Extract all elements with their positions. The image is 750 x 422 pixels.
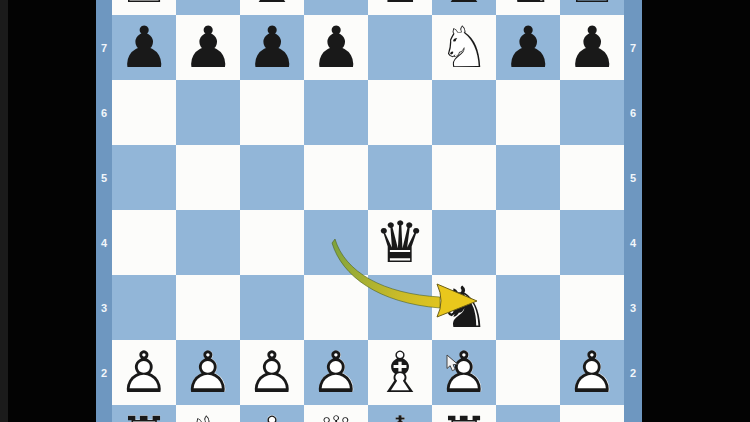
square-c5[interactable] [240,145,304,210]
square-f5[interactable] [432,145,496,210]
square-d7[interactable]: ♟ [304,15,368,80]
black-queen: ♛ [368,210,432,275]
white-bishop: ♝♗ [368,340,432,405]
square-h1[interactable] [560,405,624,422]
square-e6[interactable] [368,80,432,145]
square-a3[interactable] [112,275,176,340]
square-e2[interactable]: ♝♗ [368,340,432,405]
square-b1[interactable]: ♞♘ [176,405,240,422]
rank-label-1: 1 [96,405,112,422]
square-h5[interactable] [560,145,624,210]
rank-label-6: 6 [96,80,112,145]
black-pawn: ♟ [176,15,240,80]
white-pawn: ♟♙ [176,340,240,405]
square-a1[interactable]: ♜♖ [112,405,176,422]
square-e3[interactable] [368,275,432,340]
white-bishop: ♝♗ [240,405,304,422]
square-b6[interactable] [176,80,240,145]
square-e1[interactable]: ♚♔ [368,405,432,422]
square-e4[interactable]: ♛ [368,210,432,275]
white-pawn: ♟♙ [240,340,304,405]
square-h3[interactable] [560,275,624,340]
rank-label-2: 2 [624,340,642,405]
black-pawn: ♟ [304,15,368,80]
video-frame: 87654321 87654321 ♜♝♚♝♞♜♟♟♟♟♞♘♟♟♛♞♟♙♟♙♟♙… [0,0,750,422]
rank-label-5: 5 [624,145,642,210]
square-d5[interactable] [304,145,368,210]
square-g8[interactable]: ♞ [496,0,560,15]
square-h7[interactable]: ♟ [560,15,624,80]
rank-label-3: 3 [624,275,642,340]
square-c2[interactable]: ♟♙ [240,340,304,405]
square-c7[interactable]: ♟ [240,15,304,80]
square-h2[interactable]: ♟♙ [560,340,624,405]
white-rook: ♜♖ [112,405,176,422]
rank-label-8: 8 [96,0,112,15]
rank-labels-right: 87654321 [624,0,642,422]
square-c8[interactable]: ♝ [240,0,304,15]
board-squares: ♜♝♚♝♞♜♟♟♟♟♞♘♟♟♛♞♟♙♟♙♟♙♟♙♝♗♟♙♟♙♜♖♞♘♝♗♛♕♚♔… [112,0,624,422]
rank-label-3: 3 [96,275,112,340]
rank-label-2: 2 [96,340,112,405]
square-a5[interactable] [112,145,176,210]
square-f7[interactable]: ♞♘ [432,15,496,80]
rank-label-1: 1 [624,405,642,422]
square-b4[interactable] [176,210,240,275]
square-d4[interactable] [304,210,368,275]
black-pawn: ♟ [240,15,304,80]
square-c3[interactable] [240,275,304,340]
square-g7[interactable]: ♟ [496,15,560,80]
square-c4[interactable] [240,210,304,275]
square-a2[interactable]: ♟♙ [112,340,176,405]
black-rook: ♜ [112,0,176,15]
white-king: ♚♔ [368,405,432,422]
square-g2[interactable] [496,340,560,405]
square-b8[interactable] [176,0,240,15]
square-d6[interactable] [304,80,368,145]
white-knight: ♞♘ [432,15,496,80]
rank-label-7: 7 [96,15,112,80]
black-knight: ♞ [496,0,560,15]
square-b7[interactable]: ♟ [176,15,240,80]
square-a7[interactable]: ♟ [112,15,176,80]
black-bishop: ♝ [432,0,496,15]
rank-label-4: 4 [624,210,642,275]
white-rook: ♜♖ [432,405,496,422]
square-d8[interactable] [304,0,368,15]
black-rook: ♜ [560,0,624,15]
square-f6[interactable] [432,80,496,145]
square-d3[interactable] [304,275,368,340]
square-a8[interactable]: ♜ [112,0,176,15]
black-pawn: ♟ [496,15,560,80]
square-g1[interactable] [496,405,560,422]
white-pawn: ♟♙ [432,340,496,405]
white-pawn: ♟♙ [304,340,368,405]
square-g5[interactable] [496,145,560,210]
square-h8[interactable]: ♜ [560,0,624,15]
white-queen: ♛♕ [304,405,368,422]
square-g6[interactable] [496,80,560,145]
chess-board: 87654321 87654321 ♜♝♚♝♞♜♟♟♟♟♞♘♟♟♛♞♟♙♟♙♟♙… [96,0,642,422]
square-a4[interactable] [112,210,176,275]
square-g3[interactable] [496,275,560,340]
square-c1[interactable]: ♝♗ [240,405,304,422]
rank-label-5: 5 [96,145,112,210]
black-king: ♚ [368,0,432,15]
rank-label-4: 4 [96,210,112,275]
square-f8[interactable]: ♝ [432,0,496,15]
square-b3[interactable] [176,275,240,340]
rank-label-8: 8 [624,0,642,15]
white-pawn: ♟♙ [560,340,624,405]
rank-labels-left: 87654321 [96,0,112,422]
square-f2[interactable]: ♟♙ [432,340,496,405]
square-b5[interactable] [176,145,240,210]
square-e8[interactable]: ♚ [368,0,432,15]
black-knight: ♞ [432,275,496,340]
square-e5[interactable] [368,145,432,210]
square-f1[interactable]: ♜♖ [432,405,496,422]
white-pawn: ♟♙ [112,340,176,405]
white-knight: ♞♘ [176,405,240,422]
letterbox-strip [0,0,8,422]
square-h6[interactable] [560,80,624,145]
square-f4[interactable] [432,210,496,275]
square-e7[interactable] [368,15,432,80]
square-a6[interactable] [112,80,176,145]
square-g4[interactable] [496,210,560,275]
rank-label-6: 6 [624,80,642,145]
black-pawn: ♟ [560,15,624,80]
square-f3[interactable]: ♞ [432,275,496,340]
square-d2[interactable]: ♟♙ [304,340,368,405]
black-pawn: ♟ [112,15,176,80]
rank-label-7: 7 [624,15,642,80]
square-b2[interactable]: ♟♙ [176,340,240,405]
square-h4[interactable] [560,210,624,275]
square-c6[interactable] [240,80,304,145]
black-bishop: ♝ [240,0,304,15]
square-d1[interactable]: ♛♕ [304,405,368,422]
